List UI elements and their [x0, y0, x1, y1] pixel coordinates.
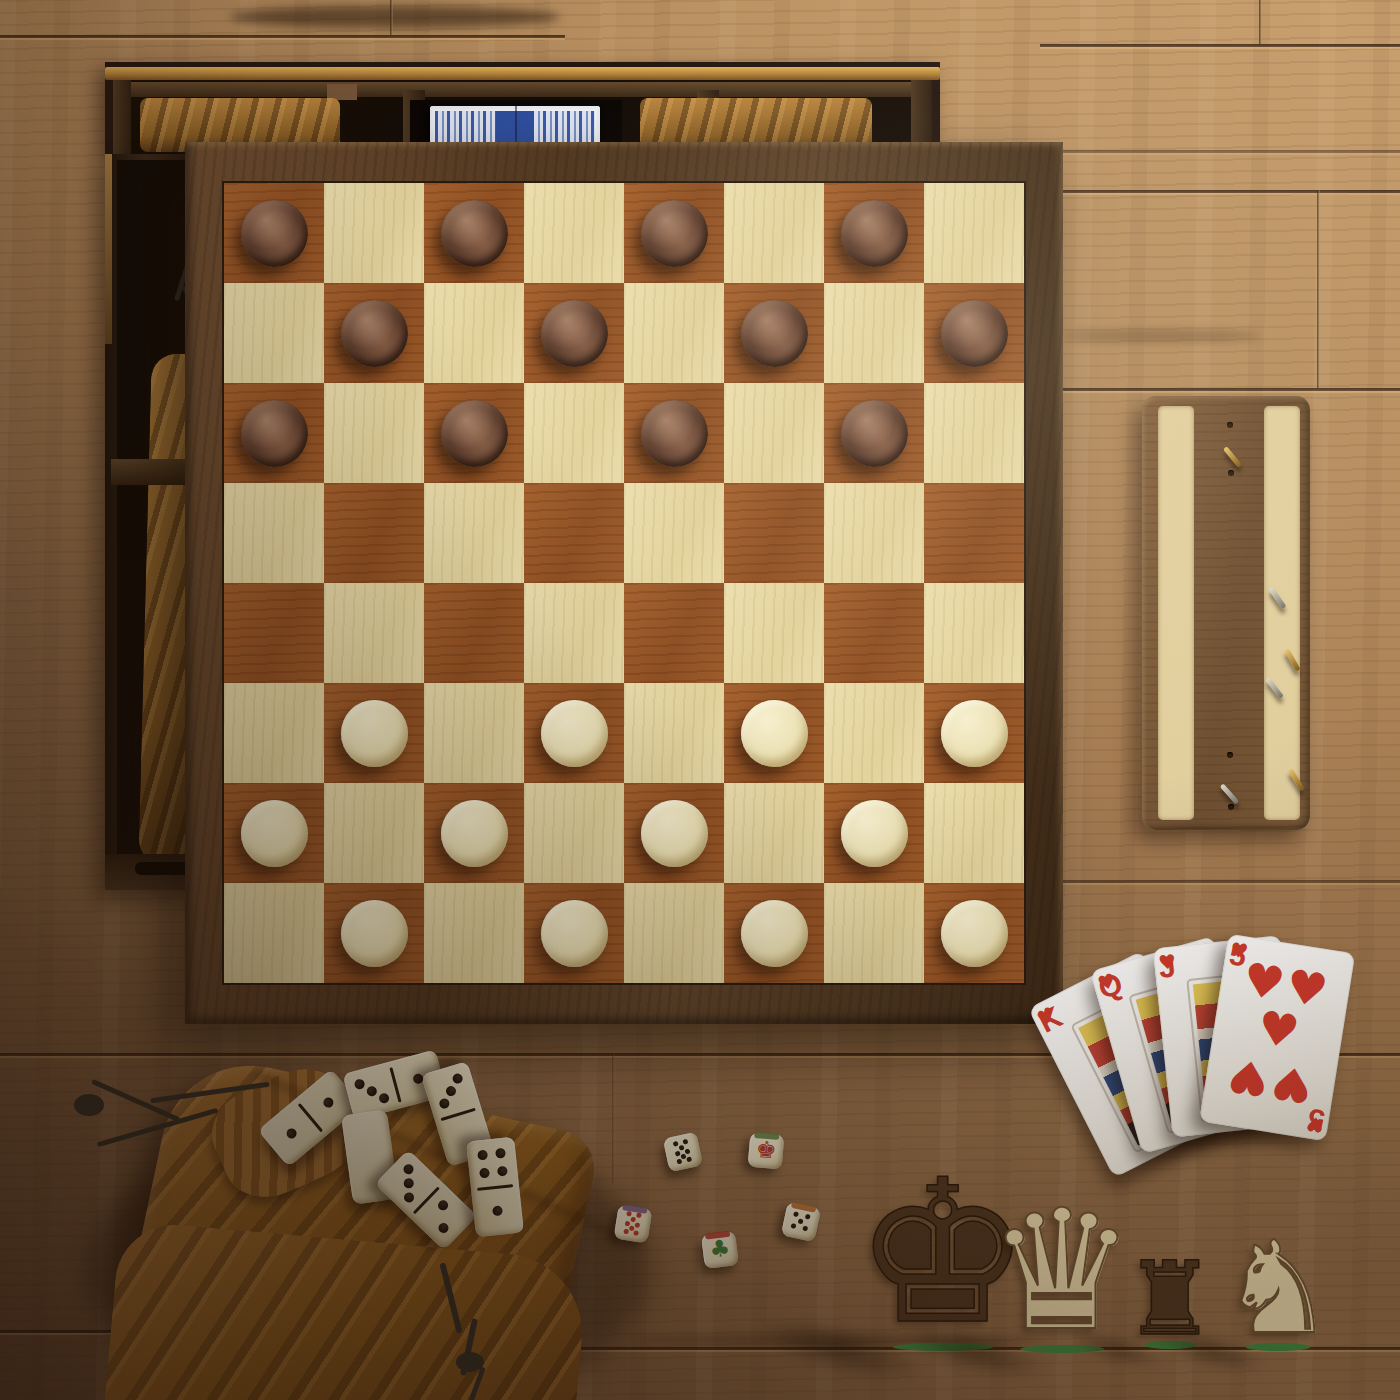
knight-glyph: ♞	[1220, 1224, 1335, 1352]
card-index: 5♥	[1293, 1130, 1323, 1135]
die-black-cluster-die[interactable]	[781, 1202, 821, 1242]
die-pip	[626, 1211, 632, 1217]
heart-pip-icon: ♥	[1266, 1058, 1319, 1111]
die-green-club-die[interactable]: ♣	[701, 1231, 739, 1269]
domino-pip	[378, 1092, 390, 1104]
domino-pip	[436, 1221, 450, 1235]
domino-divider	[440, 1107, 475, 1120]
die-pip	[793, 1211, 799, 1217]
die-pip	[624, 1220, 630, 1226]
die-red-court-die[interactable]: ♚	[748, 1133, 785, 1170]
card-index: J♥	[1157, 951, 1187, 954]
domino-tile-4-1[interactable]	[466, 1137, 524, 1237]
game-table-scene: ♚♣K♥K♥Q♥Q♥J♥J♥5♥5♥♥♥♥♥♥♚♛♜♞	[0, 0, 1400, 1400]
die-pip	[623, 1229, 629, 1235]
domino-pip	[436, 1198, 450, 1212]
domino-pip	[495, 1148, 506, 1159]
die-court-glyph: ♚	[748, 1137, 784, 1163]
domino-divider	[297, 1103, 322, 1133]
domino-pip	[492, 1205, 503, 1216]
card-index: Q♥	[1095, 968, 1124, 976]
die-red-pip-die[interactable]	[614, 1205, 653, 1244]
domino-pip	[402, 1176, 416, 1190]
die-pip	[636, 1213, 642, 1219]
die-pip	[805, 1214, 811, 1220]
domino-pip	[402, 1190, 416, 1204]
die-pip	[679, 1145, 685, 1151]
domino-pip	[445, 1085, 457, 1097]
loose-items-layer: ♚♣K♥K♥Q♥Q♥J♥J♥5♥5♥♥♥♥♥♥♚♛♜♞	[0, 0, 1400, 1400]
heart-suit-icon: ♥	[1157, 952, 1177, 972]
domino-pip	[366, 1085, 378, 1097]
domino-pip	[353, 1078, 365, 1090]
die-pip	[674, 1150, 680, 1156]
domino-pip	[497, 1166, 508, 1177]
card-index: 5♥	[1232, 940, 1262, 945]
die-club-glyph: ♣	[702, 1236, 739, 1263]
heart-suit-icon: ♥	[1305, 1114, 1326, 1135]
die-pip	[791, 1223, 797, 1229]
heart-pip-icon: ♥	[1252, 1004, 1305, 1057]
domino-pip	[479, 1168, 490, 1179]
die-pip	[802, 1226, 808, 1232]
die-pip	[687, 1156, 693, 1162]
die-pip	[635, 1222, 641, 1228]
domino-pip	[285, 1126, 299, 1140]
die-pip	[634, 1230, 640, 1236]
die-pip	[680, 1153, 686, 1159]
die-pip	[630, 1216, 636, 1222]
domino-divider	[389, 1067, 401, 1103]
domino-pip	[477, 1149, 488, 1160]
card-index: K♥	[1034, 999, 1061, 1013]
die-pip	[798, 1218, 804, 1224]
die-pip	[676, 1159, 682, 1165]
die-pip	[685, 1148, 691, 1154]
domino-divider	[477, 1184, 513, 1191]
domino-pip	[438, 1097, 450, 1109]
die-black-pip-die[interactable]	[663, 1132, 703, 1172]
die-pip	[683, 1139, 689, 1145]
die-pip	[672, 1141, 678, 1147]
domino-pip	[401, 1162, 415, 1176]
domino-pip	[321, 1096, 335, 1110]
domino-divider	[412, 1186, 439, 1214]
domino-pip	[451, 1072, 463, 1084]
chess-light-knight[interactable]: ♞	[1220, 1224, 1335, 1352]
